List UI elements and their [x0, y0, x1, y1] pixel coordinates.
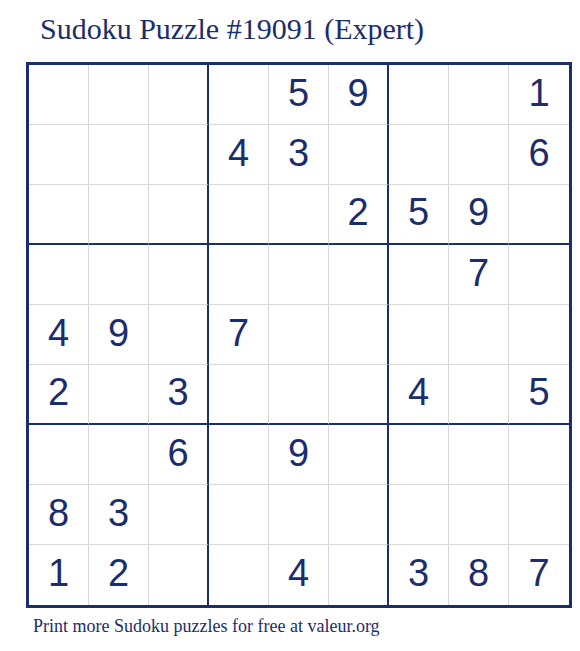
cell-r9c7: 3: [389, 545, 449, 605]
cell-r2c1[interactable]: [29, 125, 89, 185]
cell-r6c5[interactable]: [269, 365, 329, 425]
cell-r1c7[interactable]: [389, 65, 449, 125]
cell-r1c8[interactable]: [449, 65, 509, 125]
cell-r3c4[interactable]: [209, 185, 269, 245]
cell-r9c6[interactable]: [329, 545, 389, 605]
cell-r1c5: 5: [269, 65, 329, 125]
cell-r1c2[interactable]: [89, 65, 149, 125]
cell-r2c9: 6: [509, 125, 569, 185]
cell-r2c5: 3: [269, 125, 329, 185]
cell-r7c5: 9: [269, 425, 329, 485]
puzzle-title: Sudoku Puzzle #19091 (Expert): [40, 12, 424, 46]
cell-r7c9[interactable]: [509, 425, 569, 485]
cell-r9c8: 8: [449, 545, 509, 605]
cell-r5c4: 7: [209, 305, 269, 365]
cell-r4c8: 7: [449, 245, 509, 305]
cell-r2c7[interactable]: [389, 125, 449, 185]
cell-r4c1[interactable]: [29, 245, 89, 305]
cell-r1c1[interactable]: [29, 65, 89, 125]
cell-r3c8: 9: [449, 185, 509, 245]
cell-r5c1: 4: [29, 305, 89, 365]
cell-r3c2[interactable]: [89, 185, 149, 245]
cell-r9c5: 4: [269, 545, 329, 605]
cell-r8c3[interactable]: [149, 485, 209, 545]
cell-r5c8[interactable]: [449, 305, 509, 365]
cell-r3c9[interactable]: [509, 185, 569, 245]
cell-r7c1[interactable]: [29, 425, 89, 485]
cell-r8c5[interactable]: [269, 485, 329, 545]
cell-r3c7: 5: [389, 185, 449, 245]
cell-r3c3[interactable]: [149, 185, 209, 245]
cell-r1c6: 9: [329, 65, 389, 125]
cell-r3c5[interactable]: [269, 185, 329, 245]
cell-r4c4[interactable]: [209, 245, 269, 305]
cell-r6c2[interactable]: [89, 365, 149, 425]
cell-r5c2: 9: [89, 305, 149, 365]
cell-r9c3[interactable]: [149, 545, 209, 605]
cell-r6c6[interactable]: [329, 365, 389, 425]
cell-r8c7[interactable]: [389, 485, 449, 545]
cell-r5c5[interactable]: [269, 305, 329, 365]
cell-r6c9: 5: [509, 365, 569, 425]
cell-r3c1[interactable]: [29, 185, 89, 245]
sudoku-board: 591436259749723456983124387: [26, 62, 572, 608]
cell-r6c1: 2: [29, 365, 89, 425]
cell-r9c9: 7: [509, 545, 569, 605]
cell-r8c8[interactable]: [449, 485, 509, 545]
cell-r2c4: 4: [209, 125, 269, 185]
cell-r1c9: 1: [509, 65, 569, 125]
cell-r4c5[interactable]: [269, 245, 329, 305]
cell-r9c1: 1: [29, 545, 89, 605]
sudoku-page: Sudoku Puzzle #19091 (Expert) 5914362597…: [0, 0, 580, 651]
cell-r7c2[interactable]: [89, 425, 149, 485]
cell-r7c6[interactable]: [329, 425, 389, 485]
cell-r8c6[interactable]: [329, 485, 389, 545]
cell-r4c9[interactable]: [509, 245, 569, 305]
cell-r7c3: 6: [149, 425, 209, 485]
cell-r4c7[interactable]: [389, 245, 449, 305]
cell-r8c9[interactable]: [509, 485, 569, 545]
cell-r7c7[interactable]: [389, 425, 449, 485]
cell-r2c2[interactable]: [89, 125, 149, 185]
cell-r6c3: 3: [149, 365, 209, 425]
cell-r1c3[interactable]: [149, 65, 209, 125]
cell-r5c6[interactable]: [329, 305, 389, 365]
cell-r4c2[interactable]: [89, 245, 149, 305]
footer-note: Print more Sudoku puzzles for free at va…: [33, 616, 380, 637]
cell-r2c3[interactable]: [149, 125, 209, 185]
cell-r6c7: 4: [389, 365, 449, 425]
cell-r7c4[interactable]: [209, 425, 269, 485]
cell-r5c7[interactable]: [389, 305, 449, 365]
cell-r2c8[interactable]: [449, 125, 509, 185]
cell-r7c8[interactable]: [449, 425, 509, 485]
cell-r8c1: 8: [29, 485, 89, 545]
cell-r6c8[interactable]: [449, 365, 509, 425]
cell-r8c4[interactable]: [209, 485, 269, 545]
cell-r5c9[interactable]: [509, 305, 569, 365]
cell-r3c6: 2: [329, 185, 389, 245]
cell-r2c6[interactable]: [329, 125, 389, 185]
cell-r1c4[interactable]: [209, 65, 269, 125]
cell-r5c3[interactable]: [149, 305, 209, 365]
cell-r4c6[interactable]: [329, 245, 389, 305]
cell-r9c2: 2: [89, 545, 149, 605]
cell-r8c2: 3: [89, 485, 149, 545]
cell-r9c4[interactable]: [209, 545, 269, 605]
cell-r6c4[interactable]: [209, 365, 269, 425]
cell-r4c3[interactable]: [149, 245, 209, 305]
